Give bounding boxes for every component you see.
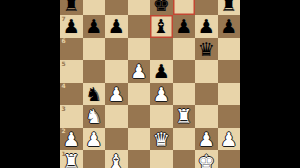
square-b1[interactable] [83,150,106,168]
piece-white-rook[interactable]: ♜ [173,105,196,128]
piece-white-pawn[interactable]: ♟ [150,83,173,106]
square-g8[interactable] [195,0,218,15]
square-g5[interactable] [195,60,218,83]
piece-black-king[interactable]: ♚ [150,0,173,15]
square-d8[interactable] [128,0,151,15]
square-f4[interactable] [173,83,196,106]
square-a4[interactable]: 4 [60,83,83,106]
square-h6[interactable] [218,38,241,61]
square-h2[interactable]: ♟ [218,128,241,151]
piece-white-queen[interactable]: ♛ [150,128,173,151]
square-b6[interactable] [83,38,106,61]
piece-white-pawn[interactable]: ♟ [105,83,128,106]
square-c4[interactable]: ♟ [105,83,128,106]
square-a3[interactable]: 3 [60,105,83,128]
square-g6[interactable]: ♛ [195,38,218,61]
square-f3[interactable]: ♜ [173,105,196,128]
piece-white-pawn[interactable]: ♟ [195,128,218,151]
square-c6[interactable] [105,38,128,61]
square-h8[interactable]: ♜ [218,0,241,15]
piece-black-rook[interactable]: ♜ [60,0,83,15]
square-h7[interactable]: ♟ [218,15,241,38]
square-d6[interactable] [128,38,151,61]
square-g7[interactable]: ♟ [195,15,218,38]
square-c8[interactable] [105,0,128,15]
square-d5[interactable]: ♟ [128,60,151,83]
square-b4[interactable]: ♞ [83,83,106,106]
rank-label-3: 3 [62,106,66,112]
square-a2[interactable]: 2♟ [60,128,83,151]
piece-black-pawn[interactable]: ♟ [105,15,128,38]
square-e2[interactable]: ♛ [150,128,173,151]
piece-white-king[interactable]: ♚ [195,150,218,168]
square-e3[interactable] [150,105,173,128]
square-f1[interactable] [173,150,196,168]
square-h1[interactable] [218,150,241,168]
square-f5[interactable] [173,60,196,83]
piece-white-rook[interactable]: ♜ [60,150,83,168]
piece-black-pawn[interactable]: ♟ [83,15,106,38]
square-g1[interactable]: ♚ [195,150,218,168]
square-b7[interactable]: ♟ [83,15,106,38]
square-g4[interactable] [195,83,218,106]
square-a8[interactable]: 8♜ [60,0,83,15]
square-h5[interactable] [218,60,241,83]
piece-black-pawn[interactable]: ♟ [218,15,241,38]
piece-black-knight[interactable]: ♞ [83,83,106,106]
piece-black-rook[interactable]: ♜ [218,0,241,15]
square-f8[interactable] [173,0,196,15]
piece-black-pawn[interactable]: ♟ [60,15,83,38]
square-f2[interactable] [173,128,196,151]
square-b8[interactable] [83,0,106,15]
square-c7[interactable]: ♟ [105,15,128,38]
square-d3[interactable] [128,105,151,128]
square-a5[interactable]: 5 [60,60,83,83]
piece-white-pawn[interactable]: ♟ [83,128,106,151]
square-c3[interactable] [105,105,128,128]
square-e6[interactable] [150,38,173,61]
piece-white-pawn[interactable]: ♟ [218,128,241,151]
piece-black-queen[interactable]: ♛ [195,38,218,61]
square-g2[interactable]: ♟ [195,128,218,151]
square-a1[interactable]: 1♜ [60,150,83,168]
square-a7[interactable]: 7♟ [60,15,83,38]
rank-label-5: 5 [62,61,66,67]
square-c2[interactable] [105,128,128,151]
piece-white-bishop[interactable]: ♝ [105,150,128,168]
square-e5[interactable]: ♟ [150,60,173,83]
piece-white-pawn[interactable]: ♟ [128,60,151,83]
square-b3[interactable]: ♞ [83,105,106,128]
square-e4[interactable]: ♟ [150,83,173,106]
square-c5[interactable] [105,60,128,83]
square-c1[interactable]: ♝ [105,150,128,168]
square-e8[interactable]: ♚ [150,0,173,15]
chess-board[interactable]: 8♜♚♜7♟♟♟♝♟♟♟6♛5♟♟4♞♟♟3♞♜2♟♟♛♟♟1♜♝♚ [60,0,240,168]
rank-label-4: 4 [62,83,66,89]
square-b5[interactable] [83,60,106,83]
square-e1[interactable] [150,150,173,168]
square-h4[interactable] [218,83,241,106]
square-d2[interactable] [128,128,151,151]
video-frame: 8♜♚♜7♟♟♟♝♟♟♟6♛5♟♟4♞♟♟3♞♜2♟♟♛♟♟1♜♝♚ [0,0,300,168]
piece-black-bishop[interactable]: ♝ [150,15,173,38]
square-d7[interactable] [128,15,151,38]
square-f6[interactable] [173,38,196,61]
square-a6[interactable]: 6 [60,38,83,61]
square-b2[interactable]: ♟ [83,128,106,151]
piece-white-knight[interactable]: ♞ [83,105,106,128]
square-d1[interactable] [128,150,151,168]
square-e7[interactable]: ♝ [150,15,173,38]
piece-black-pawn[interactable]: ♟ [195,15,218,38]
square-g3[interactable] [195,105,218,128]
piece-white-pawn[interactable]: ♟ [60,128,83,151]
square-f7[interactable]: ♟ [173,15,196,38]
square-h3[interactable] [218,105,241,128]
piece-black-pawn[interactable]: ♟ [173,15,196,38]
piece-black-pawn[interactable]: ♟ [150,60,173,83]
rank-label-6: 6 [62,38,66,44]
square-d4[interactable] [128,83,151,106]
